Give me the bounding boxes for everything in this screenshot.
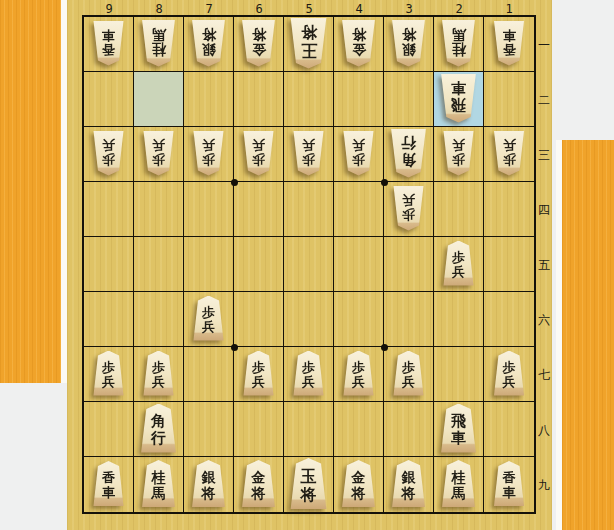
piece-kanji: 歩兵 — [402, 192, 415, 221]
piece-face: 金将 — [241, 460, 276, 507]
gote-piece[interactable]: 銀将 — [191, 20, 226, 67]
piece-kanji: 歩兵 — [402, 361, 415, 390]
gote-piece[interactable]: 飛車 — [440, 74, 477, 123]
square-9-5[interactable] — [84, 237, 134, 292]
piece-kanji: 歩兵 — [452, 251, 465, 280]
piece-face: 桂馬 — [141, 20, 176, 67]
piece-kanji: 香車 — [503, 27, 516, 56]
gote-piece[interactable]: 銀将 — [391, 20, 426, 67]
square-7-3[interactable]: 歩兵 — [184, 127, 234, 182]
square-7-9[interactable]: 銀将 — [184, 457, 234, 512]
gote-piece[interactable]: 角行 — [390, 129, 427, 178]
piece-face: 歩兵 — [393, 351, 425, 396]
sente-piece[interactable]: 歩兵 — [243, 351, 275, 396]
piece-kanji: 歩兵 — [152, 361, 165, 390]
sente-piece[interactable]: 飛車 — [440, 404, 477, 453]
square-2-8[interactable]: 飛車 — [434, 402, 484, 457]
square-6-3[interactable]: 歩兵 — [234, 127, 284, 182]
square-6-5[interactable] — [234, 237, 284, 292]
file-label: 1 — [484, 0, 534, 16]
file-label: 8 — [134, 0, 184, 16]
square-8-4[interactable] — [134, 182, 184, 237]
sente-piece[interactable]: 銀将 — [391, 460, 426, 507]
piece-face: 銀将 — [391, 20, 426, 67]
square-5-6[interactable] — [284, 292, 334, 347]
square-3-8[interactable] — [384, 402, 434, 457]
piece-kanji: 金将 — [252, 470, 266, 501]
piece-kanji: 銀将 — [202, 26, 216, 57]
square-3-5[interactable] — [384, 237, 434, 292]
square-3-2[interactable] — [384, 72, 434, 127]
sente-piece[interactable]: 香車 — [93, 461, 125, 506]
square-3-1[interactable]: 銀将 — [384, 17, 434, 72]
piece-face: 香車 — [93, 21, 125, 66]
square-3-6[interactable] — [384, 292, 434, 347]
gote-piece[interactable]: 歩兵 — [193, 131, 225, 176]
sente-piece[interactable]: 金将 — [241, 460, 276, 507]
gote-piece[interactable]: 桂馬 — [441, 20, 476, 67]
sente-piece[interactable]: 香車 — [493, 461, 525, 506]
piece-kanji: 歩兵 — [302, 361, 315, 390]
sente-piece[interactable]: 歩兵 — [193, 296, 225, 341]
sente-piece[interactable]: 歩兵 — [443, 241, 475, 286]
piece-face: 王将 — [290, 18, 328, 69]
square-9-2[interactable] — [84, 72, 134, 127]
square-3-3[interactable]: 角行 — [384, 127, 434, 182]
sente-piece[interactable]: 金将 — [341, 460, 376, 507]
square-9-8[interactable] — [84, 402, 134, 457]
square-8-5[interactable] — [134, 237, 184, 292]
piece-face: 歩兵 — [93, 351, 125, 396]
piece-kanji: 歩兵 — [302, 137, 315, 166]
star-point — [231, 344, 238, 351]
square-1-8[interactable] — [484, 402, 534, 457]
square-5-8[interactable] — [284, 402, 334, 457]
square-1-5[interactable] — [484, 237, 534, 292]
square-4-4[interactable] — [334, 182, 384, 237]
square-4-8[interactable] — [334, 402, 384, 457]
piece-kanji: 飛車 — [451, 79, 466, 113]
square-7-5[interactable] — [184, 237, 234, 292]
piece-face: 歩兵 — [143, 131, 175, 176]
square-4-7[interactable]: 歩兵 — [334, 347, 384, 402]
square-4-2[interactable] — [334, 72, 384, 127]
piece-face: 金将 — [341, 460, 376, 507]
piece-face: 香車 — [493, 461, 525, 506]
square-7-6[interactable]: 歩兵 — [184, 292, 234, 347]
square-7-1[interactable]: 銀将 — [184, 17, 234, 72]
rank-label: 二 — [536, 72, 552, 127]
piece-kanji: 金将 — [352, 470, 366, 501]
square-3-9[interactable]: 銀将 — [384, 457, 434, 512]
piece-kanji: 歩兵 — [352, 361, 365, 390]
square-9-4[interactable] — [84, 182, 134, 237]
piece-kanji: 王将 — [301, 23, 317, 59]
piece-kanji: 桂馬 — [152, 470, 166, 501]
square-8-1[interactable]: 桂馬 — [134, 17, 184, 72]
piece-face: 歩兵 — [193, 131, 225, 176]
sente-piece[interactable]: 玉将 — [290, 458, 328, 509]
piece-face: 桂馬 — [141, 460, 176, 507]
piece-face: 金将 — [341, 20, 376, 67]
square-4-9[interactable]: 金将 — [334, 457, 384, 512]
square-1-1[interactable]: 香車 — [484, 17, 534, 72]
star-point — [231, 179, 238, 186]
piece-face: 飛車 — [440, 74, 477, 123]
piece-kanji: 銀将 — [402, 470, 416, 501]
file-label: 9 — [84, 0, 134, 16]
piece-face: 歩兵 — [293, 131, 325, 176]
square-9-1[interactable]: 香車 — [84, 17, 134, 72]
piece-face: 歩兵 — [193, 296, 225, 341]
gote-piece[interactable]: 香車 — [93, 21, 125, 66]
sente-piece[interactable]: 歩兵 — [393, 351, 425, 396]
square-2-4[interactable] — [434, 182, 484, 237]
piece-kanji: 歩兵 — [452, 137, 465, 166]
gote-piece[interactable]: 金将 — [241, 20, 276, 67]
square-5-1[interactable]: 王将 — [284, 17, 334, 72]
square-1-3[interactable]: 歩兵 — [484, 127, 534, 182]
rank-label: 四 — [536, 182, 552, 237]
piece-face: 歩兵 — [243, 131, 275, 176]
piece-face: 角行 — [390, 129, 427, 178]
sente-piece[interactable]: 歩兵 — [293, 351, 325, 396]
file-label: 6 — [234, 0, 284, 16]
piece-kanji: 歩兵 — [352, 137, 365, 166]
piece-kanji: 桂馬 — [452, 26, 466, 57]
file-label: 5 — [284, 0, 334, 16]
square-7-2[interactable] — [184, 72, 234, 127]
rank-label: 九 — [536, 457, 552, 512]
square-6-1[interactable]: 金将 — [234, 17, 284, 72]
rank-label: 七 — [536, 347, 552, 402]
piece-face: 金将 — [241, 20, 276, 67]
gote-piece[interactable]: 歩兵 — [493, 131, 525, 176]
square-6-9[interactable]: 金将 — [234, 457, 284, 512]
piece-kanji: 金将 — [352, 26, 366, 57]
square-4-3[interactable]: 歩兵 — [334, 127, 384, 182]
square-1-6[interactable] — [484, 292, 534, 347]
file-label: 3 — [384, 0, 434, 16]
piece-kanji: 香車 — [102, 471, 115, 500]
piece-kanji: 香車 — [102, 27, 115, 56]
piece-kanji: 歩兵 — [252, 137, 265, 166]
piece-face: 歩兵 — [343, 351, 375, 396]
square-9-7[interactable]: 歩兵 — [84, 347, 134, 402]
piece-kanji: 角行 — [151, 413, 166, 447]
piece-face: 歩兵 — [493, 351, 525, 396]
piece-face: 歩兵 — [393, 186, 425, 231]
star-point — [381, 179, 388, 186]
gote-piece[interactable]: 歩兵 — [393, 186, 425, 231]
square-9-3[interactable]: 歩兵 — [84, 127, 134, 182]
piece-face: 歩兵 — [293, 351, 325, 396]
sente-piece[interactable]: 角行 — [140, 404, 177, 453]
piece-kanji: 歩兵 — [102, 137, 115, 166]
piece-face: 香車 — [493, 21, 525, 66]
piece-face: 香車 — [93, 461, 125, 506]
square-4-5[interactable] — [334, 237, 384, 292]
gote-piece[interactable]: 歩兵 — [443, 131, 475, 176]
piece-kanji: 玉将 — [301, 468, 317, 504]
sente-piece-stand[interactable] — [556, 140, 614, 530]
piece-kanji: 歩兵 — [152, 137, 165, 166]
sente-piece[interactable]: 歩兵 — [493, 351, 525, 396]
square-8-7[interactable]: 歩兵 — [134, 347, 184, 402]
sente-piece[interactable]: 銀将 — [191, 460, 226, 507]
sente-piece[interactable]: 歩兵 — [143, 351, 175, 396]
gote-piece[interactable]: 歩兵 — [93, 131, 125, 176]
piece-kanji: 歩兵 — [503, 137, 516, 166]
file-labels: 987654321 — [84, 0, 534, 16]
file-label: 2 — [434, 0, 484, 16]
square-6-6[interactable] — [234, 292, 284, 347]
square-5-4[interactable] — [284, 182, 334, 237]
square-7-4[interactable] — [184, 182, 234, 237]
square-2-6[interactable] — [434, 292, 484, 347]
piece-kanji: 金将 — [252, 26, 266, 57]
square-9-6[interactable] — [84, 292, 134, 347]
sente-piece[interactable]: 桂馬 — [441, 460, 476, 507]
piece-face: 玉将 — [290, 458, 328, 509]
piece-face: 歩兵 — [443, 131, 475, 176]
piece-face: 銀将 — [391, 460, 426, 507]
square-1-2[interactable] — [484, 72, 534, 127]
piece-face: 飛車 — [440, 404, 477, 453]
square-2-3[interactable]: 歩兵 — [434, 127, 484, 182]
square-2-9[interactable]: 桂馬 — [434, 457, 484, 512]
piece-kanji: 歩兵 — [503, 361, 516, 390]
gote-piece[interactable]: 香車 — [493, 21, 525, 66]
file-label: 7 — [184, 0, 234, 16]
square-1-7[interactable]: 歩兵 — [484, 347, 534, 402]
rank-label: 五 — [536, 237, 552, 292]
piece-face: 桂馬 — [441, 20, 476, 67]
piece-face: 歩兵 — [243, 351, 275, 396]
piece-kanji: 銀将 — [402, 26, 416, 57]
square-1-9[interactable]: 香車 — [484, 457, 534, 512]
shogi-app-window: 987654321 一二三四五六七八九 香車桂馬銀将金将王将金将銀将桂馬香車飛車… — [0, 0, 614, 530]
piece-kanji: 桂馬 — [452, 470, 466, 501]
piece-kanji: 飛車 — [451, 413, 466, 447]
shogi-board: 香車桂馬銀将金将王将金将銀将桂馬香車飛車歩兵歩兵歩兵歩兵歩兵歩兵角行歩兵歩兵歩兵… — [82, 15, 536, 514]
piece-face: 角行 — [140, 404, 177, 453]
piece-face: 歩兵 — [443, 241, 475, 286]
square-9-9[interactable]: 香車 — [84, 457, 134, 512]
square-7-7[interactable] — [184, 347, 234, 402]
square-5-7[interactable]: 歩兵 — [284, 347, 334, 402]
piece-face: 歩兵 — [493, 131, 525, 176]
rank-label: 八 — [536, 402, 552, 457]
square-8-2[interactable] — [134, 72, 184, 127]
square-2-1[interactable]: 桂馬 — [434, 17, 484, 72]
file-label: 4 — [334, 0, 384, 16]
gote-piece[interactable]: 王将 — [290, 18, 328, 69]
piece-kanji: 桂馬 — [152, 26, 166, 57]
piece-face: 銀将 — [191, 460, 226, 507]
piece-kanji: 歩兵 — [202, 137, 215, 166]
rank-label: 三 — [536, 127, 552, 182]
square-8-6[interactable] — [134, 292, 184, 347]
star-point — [381, 344, 388, 351]
piece-kanji: 香車 — [503, 471, 516, 500]
square-3-7[interactable]: 歩兵 — [384, 347, 434, 402]
square-6-7[interactable]: 歩兵 — [234, 347, 284, 402]
square-4-1[interactable]: 金将 — [334, 17, 384, 72]
piece-face: 歩兵 — [93, 131, 125, 176]
gote-piece[interactable]: 歩兵 — [343, 131, 375, 176]
square-4-6[interactable] — [334, 292, 384, 347]
piece-kanji: 歩兵 — [252, 361, 265, 390]
gote-piece[interactable]: 歩兵 — [293, 131, 325, 176]
square-3-4[interactable]: 歩兵 — [384, 182, 434, 237]
gote-piece-stand[interactable] — [0, 0, 67, 383]
sente-piece[interactable]: 歩兵 — [343, 351, 375, 396]
square-8-9[interactable]: 桂馬 — [134, 457, 184, 512]
square-8-8[interactable]: 角行 — [134, 402, 184, 457]
piece-face: 歩兵 — [343, 131, 375, 176]
square-7-8[interactable] — [184, 402, 234, 457]
rank-label: 六 — [536, 292, 552, 347]
square-2-7[interactable] — [434, 347, 484, 402]
rank-label: 一 — [536, 17, 552, 72]
piece-kanji: 銀将 — [202, 470, 216, 501]
gote-piece[interactable]: 歩兵 — [143, 131, 175, 176]
square-2-5[interactable]: 歩兵 — [434, 237, 484, 292]
square-8-3[interactable]: 歩兵 — [134, 127, 184, 182]
sente-piece[interactable]: 歩兵 — [93, 351, 125, 396]
square-6-2[interactable] — [234, 72, 284, 127]
square-2-2[interactable]: 飛車 — [434, 72, 484, 127]
sente-piece[interactable]: 桂馬 — [141, 460, 176, 507]
rank-labels: 一二三四五六七八九 — [536, 17, 552, 512]
square-5-2[interactable] — [284, 72, 334, 127]
square-5-9[interactable]: 玉将 — [284, 457, 334, 512]
piece-kanji: 角行 — [401, 134, 416, 168]
piece-face: 歩兵 — [143, 351, 175, 396]
square-6-4[interactable] — [234, 182, 284, 237]
piece-face: 桂馬 — [441, 460, 476, 507]
square-5-5[interactable] — [284, 237, 334, 292]
piece-face: 銀将 — [191, 20, 226, 67]
square-1-4[interactable] — [484, 182, 534, 237]
gote-piece[interactable]: 歩兵 — [243, 131, 275, 176]
piece-kanji: 歩兵 — [202, 306, 215, 335]
piece-kanji: 歩兵 — [102, 361, 115, 390]
gote-piece[interactable]: 金将 — [341, 20, 376, 67]
square-5-3[interactable]: 歩兵 — [284, 127, 334, 182]
gote-piece[interactable]: 桂馬 — [141, 20, 176, 67]
square-6-8[interactable] — [234, 402, 284, 457]
